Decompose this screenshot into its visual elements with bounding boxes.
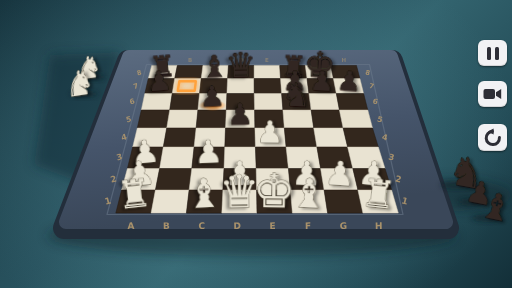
file-label-bottom: A — [127, 221, 134, 231]
piece-black-pawn-d5[interactable]: ♟ — [227, 97, 253, 131]
piece-white-bishop-c1[interactable]: ♝ — [185, 169, 223, 217]
square-b5[interactable] — [167, 110, 198, 128]
square-b3[interactable] — [160, 147, 195, 169]
piece-black-knight-f6[interactable]: ♞ — [281, 76, 311, 115]
piece-white-rook-a1[interactable]: ♜ — [115, 171, 154, 218]
file-label-top: E — [265, 57, 269, 63]
file-label-bottom: G — [340, 221, 348, 231]
chessboard-3d: ABCDEFGHABCDEFGH1122334455667788 ♜♝♛♜♚♟♟… — [0, 0, 512, 288]
square-h5[interactable] — [339, 110, 372, 128]
file-label-top: H — [341, 57, 346, 63]
camera-button[interactable] — [478, 81, 507, 107]
square-b6[interactable] — [170, 94, 200, 111]
piece-white-pawn-e4[interactable]: ♟ — [256, 114, 283, 149]
file-label-bottom: C — [198, 221, 205, 231]
pause-button[interactable] — [478, 40, 507, 66]
chess-3d-scene: ABCDEFGHABCDEFGH1122334455667788 ♜♝♛♜♚♟♟… — [0, 0, 512, 288]
pause-icon — [487, 47, 499, 60]
piece-black-pawn-h7[interactable]: ♟ — [336, 64, 362, 97]
file-label-top: B — [188, 57, 192, 63]
square-b8[interactable] — [175, 66, 203, 79]
square-h4[interactable] — [343, 128, 378, 147]
piece-black-pawn-c6[interactable]: ♟ — [199, 80, 225, 114]
file-label-bottom: D — [233, 221, 241, 231]
video-camera-icon — [483, 87, 502, 101]
piece-black-bishop-c8[interactable]: ♝ — [201, 48, 229, 84]
file-label-bottom: H — [375, 221, 383, 231]
undo-button[interactable] — [478, 124, 507, 151]
piece-white-king-e1[interactable]: ♚ — [253, 164, 296, 219]
file-label-bottom: E — [269, 221, 275, 231]
square-e8[interactable] — [254, 66, 280, 79]
square-b4[interactable] — [163, 128, 196, 147]
piece-white-pawn-g2[interactable]: ♟ — [324, 153, 356, 194]
square-g4[interactable] — [314, 128, 348, 147]
square-g1[interactable] — [324, 190, 363, 213]
square-e6[interactable] — [254, 94, 283, 111]
piece-black-pawn-g7[interactable]: ♟ — [309, 65, 335, 97]
piece-black-queen-d8[interactable]: ♛ — [225, 45, 256, 84]
file-label-bottom: F — [305, 221, 311, 231]
square-e7[interactable] — [254, 79, 282, 94]
piece-black-pawn-a7[interactable]: ♟ — [146, 64, 173, 97]
piece-white-rook-h1[interactable]: ♜ — [360, 171, 398, 218]
piece-white-bishop-f1[interactable]: ♝ — [290, 169, 328, 217]
undo-rotate-icon — [483, 128, 503, 148]
captured-white-knight-left-tray[interactable]: ♞ — [61, 61, 97, 105]
square-a5[interactable] — [137, 110, 169, 128]
file-label-bottom: B — [163, 221, 170, 231]
square-b1[interactable] — [151, 190, 189, 213]
square-f4[interactable] — [284, 128, 317, 147]
square-g5[interactable] — [311, 110, 343, 128]
